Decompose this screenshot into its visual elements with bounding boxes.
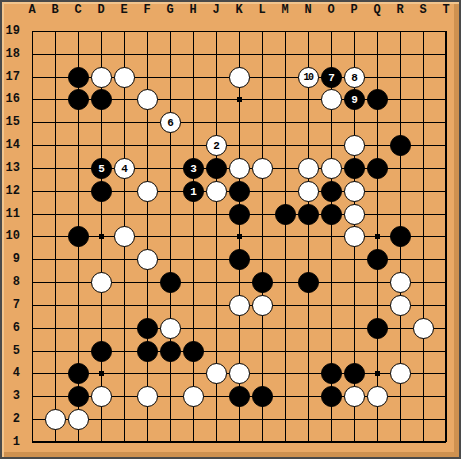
stone-white-E10 bbox=[114, 226, 135, 247]
stone-black-O12 bbox=[321, 181, 342, 202]
stone-white-N12 bbox=[298, 181, 319, 202]
stone-white-H3 bbox=[183, 386, 204, 407]
stone-black-O3 bbox=[321, 386, 342, 407]
row-label-9: 9 bbox=[1, 252, 20, 266]
col-label-P: P bbox=[344, 3, 364, 17]
stone-black-C17 bbox=[68, 67, 89, 88]
stone-white-O16 bbox=[321, 89, 342, 110]
stone-black-F5 bbox=[137, 341, 158, 362]
row-label-17: 17 bbox=[1, 70, 20, 84]
stone-black-M11 bbox=[275, 204, 296, 225]
stone-white-K17 bbox=[229, 67, 250, 88]
stone-white-K7 bbox=[229, 295, 250, 316]
row-label-12: 12 bbox=[1, 184, 20, 198]
stone-black-O4 bbox=[321, 363, 342, 384]
stone-black-C3 bbox=[68, 386, 89, 407]
stone-black-N8 bbox=[298, 272, 319, 293]
stone-black-G8 bbox=[160, 272, 181, 293]
col-label-O: O bbox=[321, 3, 341, 17]
stone-white-D17 bbox=[91, 67, 112, 88]
stone-black-O11 bbox=[321, 204, 342, 225]
col-label-B: B bbox=[45, 3, 65, 17]
row-label-13: 13 bbox=[1, 161, 20, 175]
stone-white-F3 bbox=[137, 386, 158, 407]
stone-white-L7 bbox=[252, 295, 273, 316]
col-label-G: G bbox=[160, 3, 180, 17]
col-label-K: K bbox=[229, 3, 249, 17]
stone-white-F9 bbox=[137, 249, 158, 270]
stone-black-K3 bbox=[229, 386, 250, 407]
stone-black-G5 bbox=[160, 341, 181, 362]
stone-white-G6 bbox=[160, 318, 181, 339]
stone-black-C4 bbox=[68, 363, 89, 384]
stone-white-N13 bbox=[298, 158, 319, 179]
star-point-Q10 bbox=[375, 234, 380, 239]
stone-white-J4 bbox=[206, 363, 227, 384]
stone-white-J12 bbox=[206, 181, 227, 202]
col-label-D: D bbox=[91, 3, 111, 17]
move-5-black-stone-D13: 5 bbox=[91, 158, 112, 179]
row-label-14: 14 bbox=[1, 138, 20, 152]
move-6-white-stone-G15: 6 bbox=[160, 112, 181, 133]
row-label-8: 8 bbox=[1, 275, 20, 289]
row-label-19: 19 bbox=[1, 24, 20, 38]
go-board[interactable]: ABCDEFGHJKLMNOPQRST191817161514131211109… bbox=[0, 0, 461, 459]
row-label-6: 6 bbox=[1, 321, 20, 335]
stone-white-P12 bbox=[344, 181, 365, 202]
move-9-black-stone-P16: 9 bbox=[344, 89, 365, 110]
stone-black-D5 bbox=[91, 341, 112, 362]
col-label-F: F bbox=[137, 3, 157, 17]
col-label-T: T bbox=[436, 3, 456, 17]
move-7-black-stone-O17: 7 bbox=[321, 67, 342, 88]
stone-white-S6 bbox=[413, 318, 434, 339]
stone-white-P14 bbox=[344, 135, 365, 156]
stone-black-Q13 bbox=[367, 158, 388, 179]
col-label-R: R bbox=[390, 3, 410, 17]
stone-black-F6 bbox=[137, 318, 158, 339]
col-label-N: N bbox=[298, 3, 318, 17]
stone-white-P10 bbox=[344, 226, 365, 247]
star-point-Q4 bbox=[375, 371, 380, 376]
stone-white-B2 bbox=[45, 409, 66, 430]
stone-white-R7 bbox=[390, 295, 411, 316]
stone-white-R4 bbox=[390, 363, 411, 384]
row-label-11: 11 bbox=[1, 207, 20, 221]
row-label-16: 16 bbox=[1, 92, 20, 106]
stone-black-Q9 bbox=[367, 249, 388, 270]
star-point-D10 bbox=[99, 234, 104, 239]
star-point-D4 bbox=[99, 371, 104, 376]
move-10-white-stone-N17: 10 bbox=[298, 67, 319, 88]
row-label-2: 2 bbox=[1, 412, 20, 426]
col-label-M: M bbox=[275, 3, 295, 17]
stone-white-L13 bbox=[252, 158, 273, 179]
stone-black-C10 bbox=[68, 226, 89, 247]
move-4-white-stone-E13: 4 bbox=[114, 158, 135, 179]
row-label-10: 10 bbox=[1, 229, 20, 243]
move-8-white-stone-P17: 8 bbox=[344, 67, 365, 88]
stone-white-O13 bbox=[321, 158, 342, 179]
stone-white-K13 bbox=[229, 158, 250, 179]
move-1-black-stone-H12: 1 bbox=[183, 181, 204, 202]
row-label-1: 1 bbox=[1, 435, 20, 449]
col-label-Q: Q bbox=[367, 3, 387, 17]
row-label-5: 5 bbox=[1, 344, 20, 358]
row-label-4: 4 bbox=[1, 366, 20, 380]
row-label-15: 15 bbox=[1, 115, 20, 129]
stone-black-D16 bbox=[91, 89, 112, 110]
stone-black-Q6 bbox=[367, 318, 388, 339]
col-label-L: L bbox=[252, 3, 272, 17]
stone-black-K12 bbox=[229, 181, 250, 202]
stone-white-F12 bbox=[137, 181, 158, 202]
stone-black-K9 bbox=[229, 249, 250, 270]
stone-white-K4 bbox=[229, 363, 250, 384]
stone-white-D3 bbox=[91, 386, 112, 407]
star-point-K16 bbox=[237, 97, 242, 102]
stone-black-J13 bbox=[206, 158, 227, 179]
row-label-18: 18 bbox=[1, 47, 20, 61]
stone-black-L8 bbox=[252, 272, 273, 293]
stone-white-Q3 bbox=[367, 386, 388, 407]
stone-white-P3 bbox=[344, 386, 365, 407]
stone-black-K11 bbox=[229, 204, 250, 225]
stone-white-R8 bbox=[390, 272, 411, 293]
stone-black-L3 bbox=[252, 386, 273, 407]
move-3-black-stone-H13: 3 bbox=[183, 158, 204, 179]
move-2-white-stone-J14: 2 bbox=[206, 135, 227, 156]
col-label-C: C bbox=[68, 3, 88, 17]
col-label-H: H bbox=[183, 3, 203, 17]
stone-white-D8 bbox=[91, 272, 112, 293]
col-label-A: A bbox=[22, 3, 42, 17]
stone-black-C16 bbox=[68, 89, 89, 110]
stone-black-N11 bbox=[298, 204, 319, 225]
col-label-J: J bbox=[206, 3, 226, 17]
stone-white-F16 bbox=[137, 89, 158, 110]
stone-black-H5 bbox=[183, 341, 204, 362]
stone-black-D12 bbox=[91, 181, 112, 202]
row-label-7: 7 bbox=[1, 298, 20, 312]
row-label-3: 3 bbox=[1, 389, 20, 403]
stone-black-R10 bbox=[390, 226, 411, 247]
stone-black-P4 bbox=[344, 363, 365, 384]
stone-white-P11 bbox=[344, 204, 365, 225]
stone-white-E17 bbox=[114, 67, 135, 88]
stone-black-R14 bbox=[390, 135, 411, 156]
stone-white-C2 bbox=[68, 409, 89, 430]
col-label-S: S bbox=[413, 3, 433, 17]
star-point-K10 bbox=[237, 234, 242, 239]
col-label-E: E bbox=[114, 3, 134, 17]
stone-black-Q16 bbox=[367, 89, 388, 110]
stone-black-P13 bbox=[344, 158, 365, 179]
